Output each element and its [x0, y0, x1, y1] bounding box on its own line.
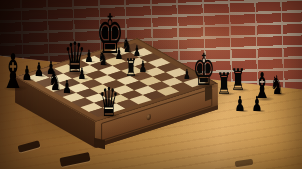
black-pawn-a5[interactable]: ♟	[59, 78, 75, 96]
black-pawn-c5[interactable]: ♟	[75, 66, 89, 82]
captured-white-pawn[interactable]: ♟	[248, 94, 267, 115]
rook-glyph: ♜	[216, 69, 232, 99]
queen-glyph: ♛	[99, 82, 120, 122]
bishop-glyph: ♝	[1, 47, 26, 95]
pawn-glyph: ♟	[235, 94, 246, 115]
pawn-glyph: ♟	[252, 94, 263, 115]
captured-white-pawn[interactable]: ♟	[231, 94, 250, 115]
black-rook-e4[interactable]: ♜	[120, 56, 142, 80]
pawn-glyph: ♟	[62, 78, 71, 96]
photo-chess-scene: ♚♛♟♞♟♟♞♜♟♛♟♟♚♟♝♟♟♟♞♜♜♝♞♟♟	[0, 0, 302, 169]
black-queen-b2[interactable]: ♛	[91, 82, 127, 122]
captured-black-bishop[interactable]: ♝	[0, 47, 35, 95]
pawn-glyph: ♟	[78, 66, 86, 82]
drawer-knob[interactable]	[147, 113, 151, 120]
knight-glyph: ♞	[98, 48, 108, 68]
rook-glyph: ♜	[125, 56, 137, 80]
white-knight-e7[interactable]: ♞	[94, 48, 112, 68]
